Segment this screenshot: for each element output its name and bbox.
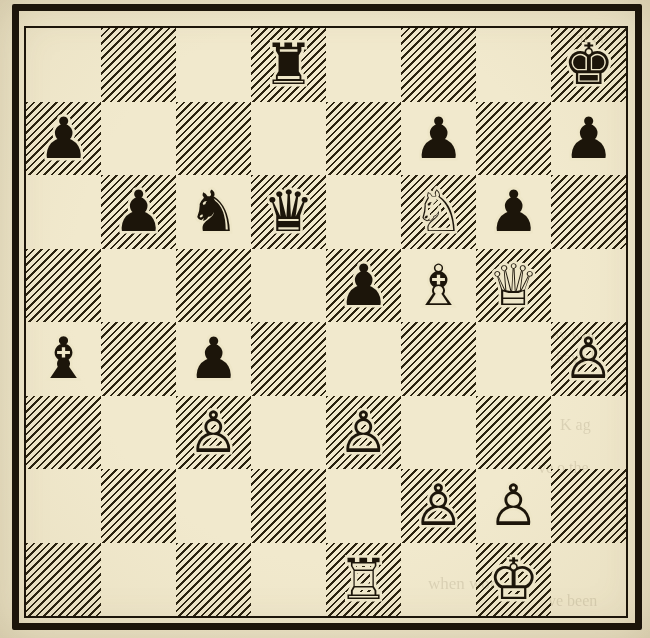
black-queen: ♛♛	[251, 175, 326, 249]
bishop-glyph: ♗	[401, 249, 476, 323]
square-d2	[251, 469, 326, 543]
black-pawn: ♟♟	[476, 175, 551, 249]
square-g8	[476, 28, 551, 102]
square-h3	[551, 396, 626, 470]
pawn-glyph: ♙	[476, 469, 551, 543]
square-f3	[401, 396, 476, 470]
square-g4	[476, 322, 551, 396]
square-f8	[401, 28, 476, 102]
white-pawn: ♙♙	[176, 396, 251, 470]
pawn-glyph: ♟	[401, 102, 476, 176]
pawn-glyph: ♙	[176, 396, 251, 470]
square-h1	[551, 543, 626, 617]
square-b1	[101, 543, 176, 617]
king-glyph: ♔	[476, 543, 551, 617]
black-pawn: ♟♟	[401, 102, 476, 176]
black-pawn: ♟♟	[26, 102, 101, 176]
pawn-glyph: ♙	[401, 469, 476, 543]
square-e5: ♟♟	[326, 249, 401, 323]
square-c5	[176, 249, 251, 323]
black-pawn: ♟♟	[551, 102, 626, 176]
square-a8	[26, 28, 101, 102]
square-g6: ♟♟	[476, 175, 551, 249]
square-b7	[101, 102, 176, 176]
square-d4	[251, 322, 326, 396]
square-h7: ♟♟	[551, 102, 626, 176]
square-f2: ♙♙	[401, 469, 476, 543]
square-c1	[176, 543, 251, 617]
knight-glyph: ♞	[176, 175, 251, 249]
square-e2	[326, 469, 401, 543]
square-g5: ♕♕	[476, 249, 551, 323]
rook-glyph: ♖	[326, 543, 401, 617]
square-a4: ♝♝	[26, 322, 101, 396]
square-e8	[326, 28, 401, 102]
square-g3	[476, 396, 551, 470]
page: ♜♜♚♚♟♟♟♟♟♟♟♟♞♞♛♛♘♘♟♟♟♟♗♗♕♕♝♝♟♟♙♙♙♙♙♙♙♙♙♙…	[0, 0, 650, 638]
square-a5	[26, 249, 101, 323]
white-bishop: ♗♗	[401, 249, 476, 323]
square-c6: ♞♞	[176, 175, 251, 249]
pawn-glyph: ♟	[476, 175, 551, 249]
square-f6: ♘♘	[401, 175, 476, 249]
king-glyph: ♚	[551, 28, 626, 102]
square-h5	[551, 249, 626, 323]
white-rook: ♖♖	[326, 543, 401, 617]
square-a1	[26, 543, 101, 617]
square-a6	[26, 175, 101, 249]
square-b4	[101, 322, 176, 396]
white-queen: ♕♕	[476, 249, 551, 323]
square-d6: ♛♛	[251, 175, 326, 249]
black-bishop: ♝♝	[26, 322, 101, 396]
square-f1	[401, 543, 476, 617]
queen-glyph: ♛	[251, 175, 326, 249]
square-b8	[101, 28, 176, 102]
square-g1: ♔♔	[476, 543, 551, 617]
board-frame: ♜♜♚♚♟♟♟♟♟♟♟♟♞♞♛♛♘♘♟♟♟♟♗♗♕♕♝♝♟♟♙♙♙♙♙♙♙♙♙♙…	[12, 4, 642, 630]
queen-glyph: ♕	[476, 249, 551, 323]
square-e7	[326, 102, 401, 176]
square-b3	[101, 396, 176, 470]
square-c8	[176, 28, 251, 102]
pawn-glyph: ♟	[326, 249, 401, 323]
white-pawn: ♙♙	[326, 396, 401, 470]
pawn-glyph: ♟	[176, 322, 251, 396]
square-d7	[251, 102, 326, 176]
square-b6: ♟♟	[101, 175, 176, 249]
rook-glyph: ♜	[251, 28, 326, 102]
black-rook: ♜♜	[251, 28, 326, 102]
black-pawn: ♟♟	[101, 175, 176, 249]
square-b5	[101, 249, 176, 323]
square-c7	[176, 102, 251, 176]
black-knight: ♞♞	[176, 175, 251, 249]
board-inner-border: ♜♜♚♚♟♟♟♟♟♟♟♟♞♞♛♛♘♘♟♟♟♟♗♗♕♕♝♝♟♟♙♙♙♙♙♙♙♙♙♙…	[24, 26, 628, 618]
white-pawn: ♙♙	[476, 469, 551, 543]
square-h4: ♙♙	[551, 322, 626, 396]
square-d5	[251, 249, 326, 323]
square-f5: ♗♗	[401, 249, 476, 323]
pawn-glyph: ♟	[551, 102, 626, 176]
square-e1: ♖♖	[326, 543, 401, 617]
chess-board: ♜♜♚♚♟♟♟♟♟♟♟♟♞♞♛♛♘♘♟♟♟♟♗♗♕♕♝♝♟♟♙♙♙♙♙♙♙♙♙♙…	[26, 28, 626, 616]
pawn-glyph: ♙	[326, 396, 401, 470]
black-pawn: ♟♟	[326, 249, 401, 323]
pawn-glyph: ♟	[26, 102, 101, 176]
square-c2	[176, 469, 251, 543]
square-h8: ♚♚	[551, 28, 626, 102]
square-a7: ♟♟	[26, 102, 101, 176]
square-g7	[476, 102, 551, 176]
square-d8: ♜♜	[251, 28, 326, 102]
square-g2: ♙♙	[476, 469, 551, 543]
white-king: ♔♔	[476, 543, 551, 617]
square-d3	[251, 396, 326, 470]
square-a3	[26, 396, 101, 470]
white-knight: ♘♘	[401, 175, 476, 249]
pawn-glyph: ♟	[101, 175, 176, 249]
pawn-glyph: ♙	[551, 322, 626, 396]
knight-glyph: ♘	[401, 175, 476, 249]
square-h6	[551, 175, 626, 249]
square-e4	[326, 322, 401, 396]
square-d1	[251, 543, 326, 617]
square-b2	[101, 469, 176, 543]
black-pawn: ♟♟	[176, 322, 251, 396]
square-h2	[551, 469, 626, 543]
square-c3: ♙♙	[176, 396, 251, 470]
square-a2	[26, 469, 101, 543]
square-f7: ♟♟	[401, 102, 476, 176]
bishop-glyph: ♝	[26, 322, 101, 396]
black-king: ♚♚	[551, 28, 626, 102]
square-e6	[326, 175, 401, 249]
square-e3: ♙♙	[326, 396, 401, 470]
square-c4: ♟♟	[176, 322, 251, 396]
white-pawn: ♙♙	[401, 469, 476, 543]
square-f4	[401, 322, 476, 396]
white-pawn: ♙♙	[551, 322, 626, 396]
